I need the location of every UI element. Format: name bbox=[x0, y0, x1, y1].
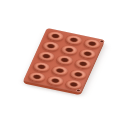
cavity-ring bbox=[63, 79, 84, 91]
photo-background bbox=[0, 0, 128, 128]
mold-top-surface bbox=[23, 28, 105, 93]
silicone-mold bbox=[23, 28, 105, 93]
cavity-cell bbox=[62, 78, 85, 92]
mold-grid bbox=[23, 28, 105, 93]
